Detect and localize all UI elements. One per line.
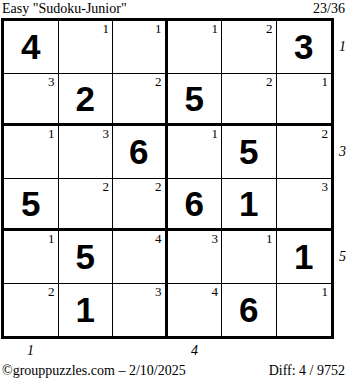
cell-r2c5[interactable]: 2 [222, 74, 277, 127]
corner-mark: 1 [322, 74, 329, 89]
cell-r6c4[interactable]: 4 [168, 284, 223, 337]
cell-r6c2[interactable]: 1 [59, 284, 114, 337]
cell-r1c2[interactable]: 1 [59, 21, 114, 74]
footer: ©grouppuzzles.com – 2/10/2025 Diff: 4 / … [2, 363, 345, 379]
given-digit: 5 [59, 231, 113, 283]
corner-mark: 2 [266, 21, 273, 36]
header: Easy "Sudoku-Junior" 23/36 [2, 0, 345, 17]
corner-mark: 2 [155, 179, 162, 194]
cell-r3c1[interactable]: 1 [4, 126, 59, 179]
given-digit: 4 [4, 21, 58, 73]
cell-r3c6[interactable]: 2 [277, 126, 332, 179]
corner-mark: 1 [155, 21, 162, 36]
difficulty-text: Diff: 4 / 9752 [269, 363, 345, 379]
progress-counter: 23/36 [313, 1, 345, 17]
copyright-text: ©grouppuzzles.com – 2/10/2025 [2, 363, 186, 379]
given-digit: 1 [59, 284, 113, 337]
row-label-1: 1 [339, 39, 346, 55]
corner-mark: 1 [322, 284, 329, 299]
cell-r1c6[interactable]: 3 [277, 21, 332, 74]
corner-mark: 1 [48, 231, 55, 246]
given-digit: 6 [168, 179, 222, 229]
cell-r1c5[interactable]: 2 [222, 21, 277, 74]
corner-mark: 1 [103, 21, 110, 36]
cell-r4c2[interactable]: 2 [59, 179, 114, 232]
cell-r3c2[interactable]: 3 [59, 126, 114, 179]
given-digit: 3 [277, 21, 332, 73]
cell-r1c1[interactable]: 4 [4, 21, 59, 74]
cell-r5c1[interactable]: 1 [4, 231, 59, 284]
cell-r4c3[interactable]: 2 [113, 179, 168, 232]
corner-mark: 4 [212, 284, 219, 299]
cell-r6c6[interactable]: 1 [277, 284, 332, 337]
cell-r5c6[interactable]: 1 [277, 231, 332, 284]
cell-r2c4[interactable]: 5 [168, 74, 223, 127]
cell-r3c5[interactable]: 5 [222, 126, 277, 179]
cell-r5c2[interactable]: 5 [59, 231, 114, 284]
corner-mark: 2 [48, 284, 55, 299]
corner-mark: 2 [322, 126, 329, 141]
corner-mark: 1 [212, 126, 219, 141]
given-digit: 6 [222, 284, 276, 337]
cell-r4c4[interactable]: 6 [168, 179, 223, 232]
cell-r2c1[interactable]: 3 [4, 74, 59, 127]
cell-r6c1[interactable]: 2 [4, 284, 59, 337]
cell-r3c4[interactable]: 1 [168, 126, 223, 179]
cell-r5c5[interactable]: 1 [222, 231, 277, 284]
cell-r4c5[interactable]: 1 [222, 179, 277, 232]
cell-r2c6[interactable]: 1 [277, 74, 332, 127]
corner-mark: 3 [212, 231, 219, 246]
row-label-3: 3 [339, 144, 346, 160]
given-digit: 2 [59, 74, 113, 124]
given-digit: 1 [277, 231, 332, 283]
cell-r1c3[interactable]: 1 [113, 21, 168, 74]
corner-mark: 2 [103, 179, 110, 194]
cell-r1c4[interactable]: 1 [168, 21, 223, 74]
cell-r5c4[interactable]: 3 [168, 231, 223, 284]
corner-mark: 4 [155, 231, 162, 246]
col-label-4: 4 [191, 343, 198, 359]
corner-mark: 3 [48, 74, 55, 89]
corner-mark: 2 [266, 74, 273, 89]
corner-mark: 1 [212, 21, 219, 36]
cell-r6c3[interactable]: 3 [113, 284, 168, 337]
cell-r5c3[interactable]: 4 [113, 231, 168, 284]
cell-r4c1[interactable]: 5 [4, 179, 59, 232]
puzzle-title: Easy "Sudoku-Junior" [2, 1, 127, 17]
sudoku-board: 411123322521136152522613154311213461 [1, 18, 334, 339]
corner-mark: 1 [48, 126, 55, 141]
cell-r4c6[interactable]: 3 [277, 179, 332, 232]
given-digit: 5 [4, 179, 58, 229]
cell-r2c3[interactable]: 2 [113, 74, 168, 127]
col-label-1: 1 [27, 343, 34, 359]
cell-r2c2[interactable]: 2 [59, 74, 114, 127]
given-digit: 6 [113, 126, 165, 178]
puzzle-page: Easy "Sudoku-Junior" 23/36 4111233225211… [0, 0, 347, 381]
corner-mark: 3 [155, 284, 162, 299]
given-digit: 1 [222, 179, 276, 229]
corner-mark: 3 [322, 179, 329, 194]
corner-mark: 1 [266, 231, 273, 246]
corner-mark: 3 [103, 126, 110, 141]
given-digit: 5 [168, 74, 222, 124]
cell-r6c5[interactable]: 6 [222, 284, 277, 337]
row-label-5: 5 [339, 249, 346, 265]
cell-r3c3[interactable]: 6 [113, 126, 168, 179]
given-digit: 5 [222, 126, 276, 178]
corner-mark: 2 [155, 74, 162, 89]
